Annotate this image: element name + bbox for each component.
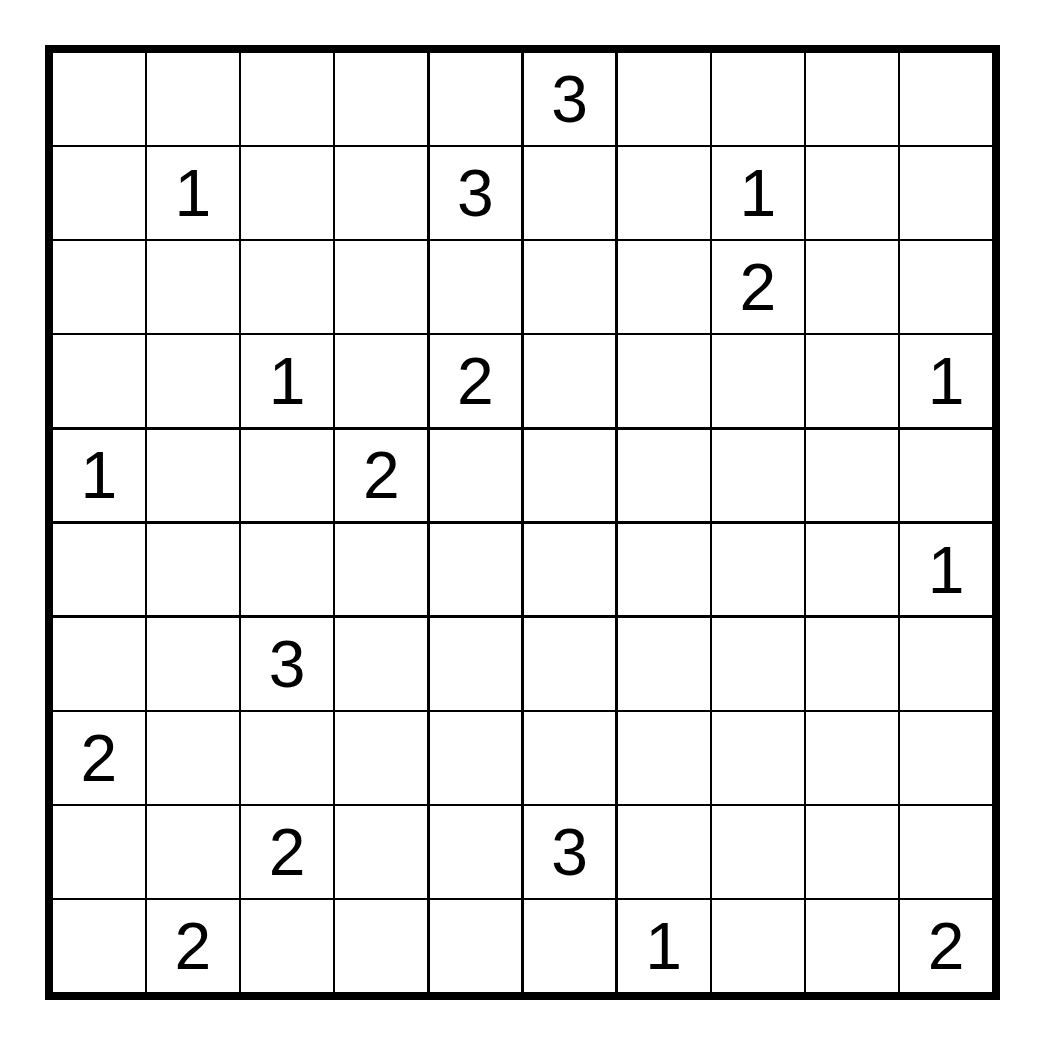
cell-r1c9[interactable] <box>806 53 898 145</box>
cell-r5c10[interactable] <box>900 430 992 522</box>
cell-r9c6: 3 <box>524 806 616 898</box>
cell-r5c5[interactable] <box>430 430 522 522</box>
cell-r10c6[interactable] <box>524 900 616 992</box>
puzzle-board: 313121211213223212 <box>45 45 1000 1000</box>
cell-r7c10[interactable] <box>900 618 992 710</box>
cell-r6c4[interactable] <box>335 524 427 616</box>
cell-r10c9[interactable] <box>806 900 898 992</box>
cell-r3c9[interactable] <box>806 241 898 333</box>
cell-r7c9[interactable] <box>806 618 898 710</box>
cell-r4c5: 2 <box>430 335 522 427</box>
cell-r9c3: 2 <box>241 806 333 898</box>
cell-r8c2[interactable] <box>147 712 239 804</box>
cell-r10c2: 2 <box>147 900 239 992</box>
cell-r3c4[interactable] <box>335 241 427 333</box>
cell-r8c3[interactable] <box>241 712 333 804</box>
cell-r3c3[interactable] <box>241 241 333 333</box>
cell-r9c4[interactable] <box>335 806 427 898</box>
cell-r5c4: 2 <box>335 430 427 522</box>
cell-r6c3[interactable] <box>241 524 333 616</box>
cell-r2c2: 1 <box>147 147 239 239</box>
cell-r3c8: 2 <box>712 241 804 333</box>
cell-r9c10[interactable] <box>900 806 992 898</box>
cell-r10c1[interactable] <box>53 900 145 992</box>
cell-r7c8[interactable] <box>712 618 804 710</box>
cell-r8c10[interactable] <box>900 712 992 804</box>
cell-r4c3: 1 <box>241 335 333 427</box>
cell-r6c7[interactable] <box>618 524 710 616</box>
cell-r2c4[interactable] <box>335 147 427 239</box>
cell-r2c8: 1 <box>712 147 804 239</box>
cell-r2c1[interactable] <box>53 147 145 239</box>
cell-r8c6[interactable] <box>524 712 616 804</box>
cell-r1c7[interactable] <box>618 53 710 145</box>
cell-r5c2[interactable] <box>147 430 239 522</box>
cell-r2c7[interactable] <box>618 147 710 239</box>
cell-r6c10: 1 <box>900 524 992 616</box>
cell-r4c1[interactable] <box>53 335 145 427</box>
cell-r3c6[interactable] <box>524 241 616 333</box>
cell-r7c1[interactable] <box>53 618 145 710</box>
cell-r5c9[interactable] <box>806 430 898 522</box>
cell-r10c8[interactable] <box>712 900 804 992</box>
cell-r4c8[interactable] <box>712 335 804 427</box>
cell-r6c5[interactable] <box>430 524 522 616</box>
cell-r2c6[interactable] <box>524 147 616 239</box>
cell-r8c9[interactable] <box>806 712 898 804</box>
cell-r3c5[interactable] <box>430 241 522 333</box>
page-background: 313121211213223212 <box>0 0 1045 1045</box>
cell-r3c7[interactable] <box>618 241 710 333</box>
cell-r2c9[interactable] <box>806 147 898 239</box>
cell-r9c2[interactable] <box>147 806 239 898</box>
cell-r5c7[interactable] <box>618 430 710 522</box>
cell-r10c7: 1 <box>618 900 710 992</box>
cell-r8c5[interactable] <box>430 712 522 804</box>
cell-r9c1[interactable] <box>53 806 145 898</box>
cell-r1c1[interactable] <box>53 53 145 145</box>
cell-r7c3: 3 <box>241 618 333 710</box>
cell-r3c2[interactable] <box>147 241 239 333</box>
cell-r2c10[interactable] <box>900 147 992 239</box>
cell-r5c6[interactable] <box>524 430 616 522</box>
cell-r9c5[interactable] <box>430 806 522 898</box>
cell-r8c4[interactable] <box>335 712 427 804</box>
cell-r4c10: 1 <box>900 335 992 427</box>
cell-r9c8[interactable] <box>712 806 804 898</box>
cell-r5c3[interactable] <box>241 430 333 522</box>
cell-r1c8[interactable] <box>712 53 804 145</box>
cell-r4c4[interactable] <box>335 335 427 427</box>
cell-r4c6[interactable] <box>524 335 616 427</box>
cell-r1c6: 3 <box>524 53 616 145</box>
cell-r3c1[interactable] <box>53 241 145 333</box>
cell-r3c10[interactable] <box>900 241 992 333</box>
cell-r9c9[interactable] <box>806 806 898 898</box>
cell-r6c9[interactable] <box>806 524 898 616</box>
cell-r5c1: 1 <box>53 430 145 522</box>
cell-r4c2[interactable] <box>147 335 239 427</box>
cell-r7c5[interactable] <box>430 618 522 710</box>
cell-r10c3[interactable] <box>241 900 333 992</box>
cell-r6c1[interactable] <box>53 524 145 616</box>
cell-r6c6[interactable] <box>524 524 616 616</box>
cell-r10c5[interactable] <box>430 900 522 992</box>
cell-r2c5: 3 <box>430 147 522 239</box>
cell-r5c8[interactable] <box>712 430 804 522</box>
cell-r1c3[interactable] <box>241 53 333 145</box>
cell-r6c2[interactable] <box>147 524 239 616</box>
cell-r1c10[interactable] <box>900 53 992 145</box>
cell-r1c5[interactable] <box>430 53 522 145</box>
cell-r10c10: 2 <box>900 900 992 992</box>
cell-r7c2[interactable] <box>147 618 239 710</box>
cell-r8c7[interactable] <box>618 712 710 804</box>
cell-r2c3[interactable] <box>241 147 333 239</box>
cell-r1c4[interactable] <box>335 53 427 145</box>
cell-r7c4[interactable] <box>335 618 427 710</box>
cell-r8c1: 2 <box>53 712 145 804</box>
cell-r4c9[interactable] <box>806 335 898 427</box>
cell-r8c8[interactable] <box>712 712 804 804</box>
cell-r7c7[interactable] <box>618 618 710 710</box>
cell-r9c7[interactable] <box>618 806 710 898</box>
cell-r4c7[interactable] <box>618 335 710 427</box>
cell-r6c8[interactable] <box>712 524 804 616</box>
cell-r1c2[interactable] <box>147 53 239 145</box>
cell-r10c4[interactable] <box>335 900 427 992</box>
cell-r7c6[interactable] <box>524 618 616 710</box>
